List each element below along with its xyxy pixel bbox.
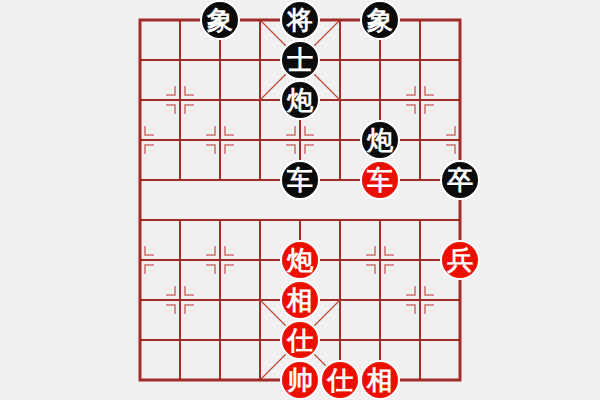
red-cannon[interactable]: 炮	[280, 240, 320, 280]
red-elephant[interactable]: 相	[360, 360, 400, 400]
black-general[interactable]: 将	[280, 0, 320, 40]
red-elephant[interactable]: 相	[280, 280, 320, 320]
red-chariot[interactable]: 车	[360, 160, 400, 200]
red-general[interactable]: 帅	[280, 360, 320, 400]
black-elephant[interactable]: 象	[200, 0, 240, 40]
red-soldier[interactable]: 兵	[440, 240, 480, 280]
xiangqi-app: 象将象士炮炮车卒车炮兵相仕帅仕相	[0, 0, 600, 400]
black-advisor[interactable]: 士	[280, 40, 320, 80]
black-cannon[interactable]: 炮	[360, 120, 400, 160]
black-cannon[interactable]: 炮	[280, 80, 320, 120]
black-soldier[interactable]: 卒	[440, 160, 480, 200]
red-advisor[interactable]: 仕	[280, 320, 320, 360]
black-chariot[interactable]: 车	[280, 160, 320, 200]
black-elephant[interactable]: 象	[360, 0, 400, 40]
red-advisor[interactable]: 仕	[320, 360, 360, 400]
